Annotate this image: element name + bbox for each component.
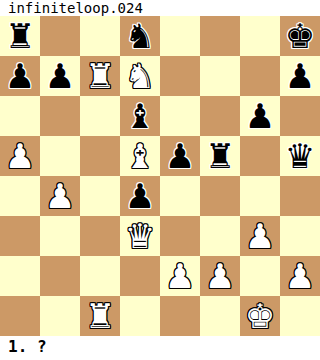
square-d6[interactable]: ♝: [120, 96, 160, 136]
square-a1[interactable]: [0, 296, 40, 336]
square-h6[interactable]: [280, 96, 320, 136]
square-b2[interactable]: [40, 256, 80, 296]
square-f6[interactable]: [200, 96, 240, 136]
square-f3[interactable]: [200, 216, 240, 256]
square-a6[interactable]: [0, 96, 40, 136]
square-c3[interactable]: [80, 216, 120, 256]
square-c1[interactable]: ♜: [80, 296, 120, 336]
chess-board: ♜♞♚♟♟♜♞♟♝♟♟♝♟♜♛♟♟♛♟♟♟♟♜♚: [0, 16, 320, 336]
square-c2[interactable]: [80, 256, 120, 296]
square-c7[interactable]: ♜: [80, 56, 120, 96]
square-d5[interactable]: ♝: [120, 136, 160, 176]
square-c6[interactable]: [80, 96, 120, 136]
square-g1[interactable]: ♚: [240, 296, 280, 336]
piece-white-pawn: ♟: [45, 176, 75, 216]
piece-black-pawn: ♟: [5, 56, 35, 96]
square-e5[interactable]: ♟: [160, 136, 200, 176]
piece-white-knight: ♞: [125, 56, 155, 96]
square-g2[interactable]: [240, 256, 280, 296]
piece-white-pawn: ♟: [245, 216, 275, 256]
piece-black-bishop: ♝: [125, 96, 155, 136]
square-g4[interactable]: [240, 176, 280, 216]
piece-white-pawn: ♟: [5, 136, 35, 176]
piece-black-rook: ♜: [5, 16, 35, 56]
square-g5[interactable]: [240, 136, 280, 176]
square-b7[interactable]: ♟: [40, 56, 80, 96]
square-e4[interactable]: [160, 176, 200, 216]
piece-white-rook: ♜: [85, 296, 115, 336]
piece-black-pawn: ♟: [125, 176, 155, 216]
piece-black-king: ♚: [285, 16, 315, 56]
square-f5[interactable]: ♜: [200, 136, 240, 176]
square-d2[interactable]: [120, 256, 160, 296]
square-a5[interactable]: ♟: [0, 136, 40, 176]
square-g3[interactable]: ♟: [240, 216, 280, 256]
square-e2[interactable]: ♟: [160, 256, 200, 296]
square-c4[interactable]: [80, 176, 120, 216]
square-b8[interactable]: [40, 16, 80, 56]
square-d8[interactable]: ♞: [120, 16, 160, 56]
square-e6[interactable]: [160, 96, 200, 136]
square-g7[interactable]: [240, 56, 280, 96]
piece-black-pawn: ♟: [285, 56, 315, 96]
square-d1[interactable]: [120, 296, 160, 336]
square-h7[interactable]: ♟: [280, 56, 320, 96]
square-d7[interactable]: ♞: [120, 56, 160, 96]
square-e3[interactable]: [160, 216, 200, 256]
square-b3[interactable]: [40, 216, 80, 256]
piece-black-knight: ♞: [125, 16, 155, 56]
piece-white-bishop: ♝: [125, 136, 155, 176]
square-h8[interactable]: ♚: [280, 16, 320, 56]
square-a3[interactable]: [0, 216, 40, 256]
piece-white-pawn: ♟: [205, 256, 235, 296]
square-f4[interactable]: [200, 176, 240, 216]
piece-black-pawn: ♟: [45, 56, 75, 96]
piece-black-queen: ♛: [285, 136, 315, 176]
square-a7[interactable]: ♟: [0, 56, 40, 96]
square-h4[interactable]: [280, 176, 320, 216]
piece-white-pawn: ♟: [165, 256, 195, 296]
square-c8[interactable]: [80, 16, 120, 56]
piece-black-pawn: ♟: [245, 96, 275, 136]
square-d3[interactable]: ♛: [120, 216, 160, 256]
piece-white-pawn: ♟: [285, 256, 315, 296]
square-a8[interactable]: ♜: [0, 16, 40, 56]
square-g8[interactable]: [240, 16, 280, 56]
square-c5[interactable]: [80, 136, 120, 176]
square-h3[interactable]: [280, 216, 320, 256]
square-h1[interactable]: [280, 296, 320, 336]
square-b4[interactable]: ♟: [40, 176, 80, 216]
square-e7[interactable]: [160, 56, 200, 96]
square-b6[interactable]: [40, 96, 80, 136]
square-b1[interactable]: [40, 296, 80, 336]
square-f2[interactable]: ♟: [200, 256, 240, 296]
square-d4[interactable]: ♟: [120, 176, 160, 216]
square-h2[interactable]: ♟: [280, 256, 320, 296]
piece-white-queen: ♛: [125, 216, 155, 256]
piece-white-rook: ♜: [85, 56, 115, 96]
piece-white-king: ♚: [245, 296, 275, 336]
square-b5[interactable]: [40, 136, 80, 176]
window-title: infiniteloop.024: [0, 0, 320, 16]
square-g6[interactable]: ♟: [240, 96, 280, 136]
square-f7[interactable]: [200, 56, 240, 96]
square-f1[interactable]: [200, 296, 240, 336]
move-prompt: 1. ?: [0, 336, 320, 360]
square-a2[interactable]: [0, 256, 40, 296]
square-e1[interactable]: [160, 296, 200, 336]
square-e8[interactable]: [160, 16, 200, 56]
square-h5[interactable]: ♛: [280, 136, 320, 176]
piece-black-rook: ♜: [205, 136, 235, 176]
square-f8[interactable]: [200, 16, 240, 56]
square-a4[interactable]: [0, 176, 40, 216]
piece-black-pawn: ♟: [165, 136, 195, 176]
